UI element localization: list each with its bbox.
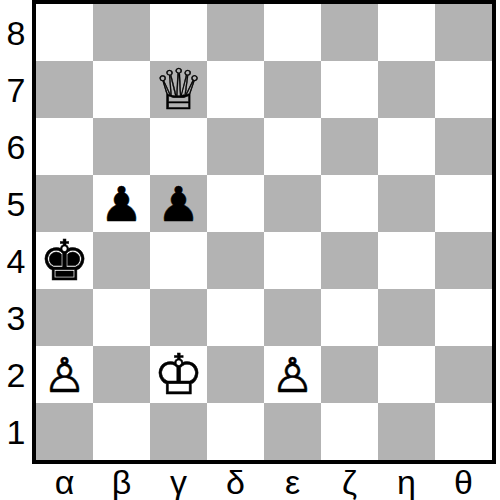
- rank-label-3: 3: [0, 289, 32, 346]
- square-h8[interactable]: [435, 4, 492, 61]
- square-c8[interactable]: [150, 4, 207, 61]
- square-a1[interactable]: [36, 403, 93, 460]
- white-pawn-e2: ♙: [271, 351, 314, 399]
- square-d5[interactable]: [207, 175, 264, 232]
- file-label-e: ε: [264, 464, 321, 500]
- square-c5[interactable]: ♟: [150, 175, 207, 232]
- square-g7[interactable]: [378, 61, 435, 118]
- square-g2[interactable]: [378, 346, 435, 403]
- square-h3[interactable]: [435, 289, 492, 346]
- square-e7[interactable]: [264, 61, 321, 118]
- chess-board: ♕♟♟♚♙♔♙: [32, 0, 496, 464]
- square-g4[interactable]: [378, 232, 435, 289]
- square-b3[interactable]: [93, 289, 150, 346]
- square-b4[interactable]: [93, 232, 150, 289]
- square-c3[interactable]: [150, 289, 207, 346]
- square-f5[interactable]: [321, 175, 378, 232]
- square-c1[interactable]: [150, 403, 207, 460]
- white-king-c2: ♔: [153, 347, 203, 403]
- file-label-h: θ: [435, 464, 492, 500]
- rank-label-4: 4: [0, 232, 32, 289]
- square-a7[interactable]: [36, 61, 93, 118]
- square-d4[interactable]: [207, 232, 264, 289]
- square-b5[interactable]: ♟: [93, 175, 150, 232]
- black-king-a4: ♚: [39, 233, 89, 289]
- square-e3[interactable]: [264, 289, 321, 346]
- square-a2[interactable]: ♙: [36, 346, 93, 403]
- file-label-b: β: [93, 464, 150, 500]
- square-e6[interactable]: [264, 118, 321, 175]
- rank-label-8: 8: [0, 4, 32, 61]
- square-e1[interactable]: [264, 403, 321, 460]
- square-g1[interactable]: [378, 403, 435, 460]
- square-a5[interactable]: [36, 175, 93, 232]
- black-pawn-b5: ♟: [100, 180, 143, 228]
- rank-labels: 87654321: [0, 0, 32, 464]
- file-label-g: η: [378, 464, 435, 500]
- square-h5[interactable]: [435, 175, 492, 232]
- square-f4[interactable]: [321, 232, 378, 289]
- square-c4[interactable]: [150, 232, 207, 289]
- board-corner-spacer: [0, 464, 32, 500]
- square-f2[interactable]: [321, 346, 378, 403]
- file-label-a: α: [36, 464, 93, 500]
- square-c7[interactable]: ♕: [150, 61, 207, 118]
- square-a3[interactable]: [36, 289, 93, 346]
- square-h1[interactable]: [435, 403, 492, 460]
- file-label-d: δ: [207, 464, 264, 500]
- square-h6[interactable]: [435, 118, 492, 175]
- rank-label-5: 5: [0, 175, 32, 232]
- square-c2[interactable]: ♔: [150, 346, 207, 403]
- square-f8[interactable]: [321, 4, 378, 61]
- square-f1[interactable]: [321, 403, 378, 460]
- chess-diagram: 87654321 ♕♟♟♚♙♔♙ αβγδεζηθ: [0, 0, 500, 500]
- square-c6[interactable]: [150, 118, 207, 175]
- file-labels: αβγδεζηθ: [32, 464, 496, 500]
- square-d6[interactable]: [207, 118, 264, 175]
- square-h7[interactable]: [435, 61, 492, 118]
- square-f3[interactable]: [321, 289, 378, 346]
- square-e8[interactable]: [264, 4, 321, 61]
- square-d1[interactable]: [207, 403, 264, 460]
- square-e5[interactable]: [264, 175, 321, 232]
- square-b1[interactable]: [93, 403, 150, 460]
- black-pawn-c5: ♟: [157, 180, 200, 228]
- square-f6[interactable]: [321, 118, 378, 175]
- square-h4[interactable]: [435, 232, 492, 289]
- square-g3[interactable]: [378, 289, 435, 346]
- square-d7[interactable]: [207, 61, 264, 118]
- square-d3[interactable]: [207, 289, 264, 346]
- rank-label-2: 2: [0, 346, 32, 403]
- square-g8[interactable]: [378, 4, 435, 61]
- square-e4[interactable]: [264, 232, 321, 289]
- square-g5[interactable]: [378, 175, 435, 232]
- square-b6[interactable]: [93, 118, 150, 175]
- square-b2[interactable]: [93, 346, 150, 403]
- rank-label-6: 6: [0, 118, 32, 175]
- square-h2[interactable]: [435, 346, 492, 403]
- square-f7[interactable]: [321, 61, 378, 118]
- square-a8[interactable]: [36, 4, 93, 61]
- square-a4[interactable]: ♚: [36, 232, 93, 289]
- square-g6[interactable]: [378, 118, 435, 175]
- rank-label-7: 7: [0, 61, 32, 118]
- white-queen-c7: ♕: [153, 62, 203, 118]
- square-a6[interactable]: [36, 118, 93, 175]
- rank-label-1: 1: [0, 403, 32, 460]
- square-b8[interactable]: [93, 4, 150, 61]
- square-d2[interactable]: [207, 346, 264, 403]
- square-b7[interactable]: [93, 61, 150, 118]
- square-e2[interactable]: ♙: [264, 346, 321, 403]
- file-label-f: ζ: [321, 464, 378, 500]
- file-label-c: γ: [150, 464, 207, 500]
- square-d8[interactable]: [207, 4, 264, 61]
- white-pawn-a2: ♙: [43, 351, 86, 399]
